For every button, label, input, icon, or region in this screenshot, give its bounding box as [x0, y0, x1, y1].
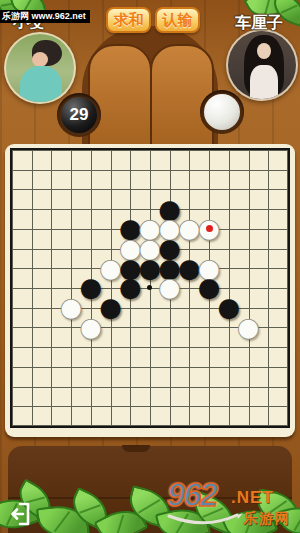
- intersection-1-1[interactable]: [22, 160, 42, 180]
- intersection-7-9[interactable]: [140, 317, 160, 337]
- player-right-avatar: [226, 29, 298, 101]
- intersection-2-2[interactable]: [42, 180, 62, 200]
- intersection-2-9[interactable]: [42, 317, 62, 337]
- intersection-7-14[interactable]: [140, 416, 160, 436]
- intersection-7-6[interactable]: ●: [140, 258, 160, 278]
- exit-door-arrow-icon: [10, 501, 32, 527]
- logo-swoosh: [167, 512, 245, 528]
- watermark-banner: 乐游网 www.962.net: [0, 10, 90, 23]
- intersection-4-1[interactable]: [81, 160, 101, 180]
- intersection-9-10[interactable]: [179, 337, 199, 357]
- intersection-0-9[interactable]: [2, 317, 22, 337]
- exit-button[interactable]: [10, 501, 32, 527]
- intersection-13-10[interactable]: [258, 337, 278, 357]
- intersection-1-11[interactable]: [22, 357, 42, 377]
- intersection-6-0[interactable]: [120, 140, 140, 160]
- intersection-6-1[interactable]: [120, 160, 140, 180]
- intersection-11-8[interactable]: ●: [219, 298, 239, 318]
- black-move-counter-stone: 29: [61, 97, 97, 133]
- intersection-14-6[interactable]: [278, 258, 298, 278]
- intersection-8-13[interactable]: [160, 396, 180, 416]
- center-star-point: [147, 285, 152, 290]
- intersection-11-4[interactable]: [219, 219, 239, 239]
- intersection-9-0[interactable]: [179, 140, 199, 160]
- intersection-6-8[interactable]: [120, 298, 140, 318]
- intersection-8-11[interactable]: [160, 357, 180, 377]
- avatar-face: [257, 43, 271, 59]
- intersection-1-3[interactable]: [22, 199, 42, 219]
- logo-net: .NET: [231, 488, 274, 508]
- intersection-3-0[interactable]: [61, 140, 81, 160]
- intersection-13-5[interactable]: [258, 239, 278, 259]
- intersection-2-12[interactable]: [42, 377, 62, 397]
- intersection-12-6[interactable]: [239, 258, 259, 278]
- intersection-3-14[interactable]: [61, 416, 81, 436]
- intersection-14-0[interactable]: [278, 140, 298, 160]
- intersection-7-7[interactable]: [140, 278, 160, 298]
- intersection-2-6[interactable]: [42, 258, 62, 278]
- intersection-2-8[interactable]: [42, 298, 62, 318]
- intersection-0-13[interactable]: [2, 396, 22, 416]
- intersection-0-6[interactable]: [2, 258, 22, 278]
- door-left-panel: [88, 44, 152, 152]
- intersection-8-14[interactable]: [160, 416, 180, 436]
- intersection-6-12[interactable]: [120, 377, 140, 397]
- intersection-13-12[interactable]: [258, 377, 278, 397]
- intersection-8-10[interactable]: [160, 337, 180, 357]
- intersection-9-11[interactable]: [179, 357, 199, 377]
- intersection-9-4[interactable]: ●: [179, 219, 199, 239]
- intersection-11-2[interactable]: [219, 180, 239, 200]
- intersection-4-11[interactable]: [81, 357, 101, 377]
- intersection-0-0[interactable]: [2, 140, 22, 160]
- logo-leyou: 乐游网: [243, 510, 291, 528]
- black-stone: ●: [119, 278, 142, 297]
- intersection-5-11[interactable]: [101, 357, 121, 377]
- intersection-14-12[interactable]: [278, 377, 298, 397]
- intersection-10-13[interactable]: [199, 396, 219, 416]
- intersection-11-14[interactable]: [219, 416, 239, 436]
- intersection-13-9[interactable]: [258, 317, 278, 337]
- intersection-3-4[interactable]: [61, 219, 81, 239]
- intersection-11-6[interactable]: [219, 258, 239, 278]
- intersection-12-10[interactable]: [239, 337, 259, 357]
- intersection-1-13[interactable]: [22, 396, 42, 416]
- intersection-5-14[interactable]: [101, 416, 121, 436]
- intersection-6-10[interactable]: [120, 337, 140, 357]
- gomoku-board[interactable]: ●●●●●●●●●●●●●●●●●●●●●●●●: [10, 148, 290, 428]
- intersection-9-9[interactable]: [179, 317, 199, 337]
- intersection-12-2[interactable]: [239, 180, 259, 200]
- board-frame: ●●●●●●●●●●●●●●●●●●●●●●●●: [5, 144, 295, 437]
- intersection-0-4[interactable]: [2, 219, 22, 239]
- intersection-3-6[interactable]: [61, 258, 81, 278]
- resign-button[interactable]: 认输: [155, 7, 200, 33]
- intersection-2-7[interactable]: [42, 278, 62, 298]
- intersection-9-6[interactable]: ●: [179, 258, 199, 278]
- intersection-13-14[interactable]: [258, 416, 278, 436]
- logo-962: 962: [167, 476, 216, 514]
- intersection-11-1[interactable]: [219, 160, 239, 180]
- intersection-10-7[interactable]: ●: [199, 278, 219, 298]
- intersection-9-14[interactable]: [179, 416, 199, 436]
- intersection-12-4[interactable]: [239, 219, 259, 239]
- gomoku-app-screen: { "game": "gomoku (five-in-a-row), 15x15…: [0, 0, 300, 533]
- intersection-7-13[interactable]: [140, 396, 160, 416]
- intersection-13-3[interactable]: [258, 199, 278, 219]
- intersection-3-1[interactable]: [61, 160, 81, 180]
- intersection-3-5[interactable]: [61, 239, 81, 259]
- intersection-1-6[interactable]: [22, 258, 42, 278]
- intersection-13-7[interactable]: [258, 278, 278, 298]
- intersection-11-12[interactable]: [219, 377, 239, 397]
- intersection-13-1[interactable]: [258, 160, 278, 180]
- intersection-1-5[interactable]: [22, 239, 42, 259]
- intersection-3-2[interactable]: [61, 180, 81, 200]
- intersection-2-1[interactable]: [42, 160, 62, 180]
- intersection-3-10[interactable]: [61, 337, 81, 357]
- intersection-7-11[interactable]: [140, 357, 160, 377]
- intersection-0-5[interactable]: [2, 239, 22, 259]
- intersection-6-11[interactable]: [120, 357, 140, 377]
- intersection-10-12[interactable]: [199, 377, 219, 397]
- intersection-1-10[interactable]: [22, 337, 42, 357]
- intersection-5-6[interactable]: ●: [101, 258, 121, 278]
- last-move-marker: [206, 225, 213, 232]
- intersection-2-10[interactable]: [42, 337, 62, 357]
- intersection-11-13[interactable]: [219, 396, 239, 416]
- intersection-3-13[interactable]: [61, 396, 81, 416]
- intersection-14-11[interactable]: [278, 357, 298, 377]
- intersection-11-9[interactable]: [219, 317, 239, 337]
- intersection-4-2[interactable]: [81, 180, 101, 200]
- intersection-10-11[interactable]: [199, 357, 219, 377]
- intersection-0-7[interactable]: [2, 278, 22, 298]
- intersection-4-4[interactable]: [81, 219, 101, 239]
- intersection-3-9[interactable]: [61, 317, 81, 337]
- intersection-9-12[interactable]: [179, 377, 199, 397]
- intersection-10-2[interactable]: [199, 180, 219, 200]
- intersection-7-2[interactable]: [140, 180, 160, 200]
- intersection-3-12[interactable]: [61, 377, 81, 397]
- intersection-0-2[interactable]: [2, 180, 22, 200]
- intersection-2-3[interactable]: [42, 199, 62, 219]
- intersection-13-2[interactable]: [258, 180, 278, 200]
- intersection-3-3[interactable]: [61, 199, 81, 219]
- intersection-7-12[interactable]: [140, 377, 160, 397]
- intersection-14-5[interactable]: [278, 239, 298, 259]
- intersection-4-14[interactable]: [81, 416, 101, 436]
- intersection-12-12[interactable]: [239, 377, 259, 397]
- tray-notch: [122, 445, 150, 452]
- intersection-0-10[interactable]: [2, 337, 22, 357]
- intersection-14-14[interactable]: [278, 416, 298, 436]
- intersection-0-3[interactable]: [2, 199, 22, 219]
- intersection-14-9[interactable]: [278, 317, 298, 337]
- intersection-2-14[interactable]: [42, 416, 62, 436]
- board-stones-grid: ●●●●●●●●●●●●●●●●●●●●●●●●: [2, 140, 298, 436]
- intersection-13-13[interactable]: [258, 396, 278, 416]
- white-stone: ●: [79, 318, 102, 337]
- intersection-1-12[interactable]: [22, 377, 42, 397]
- white-stone: ●: [158, 278, 181, 297]
- intersection-9-2[interactable]: [179, 180, 199, 200]
- white-player-stone-indicator: [204, 94, 240, 130]
- player-right-name: 车厘子: [235, 13, 283, 34]
- intersection-13-8[interactable]: [258, 298, 278, 318]
- intersection-5-4[interactable]: [101, 219, 121, 239]
- intersection-2-11[interactable]: [42, 357, 62, 377]
- intersection-12-0[interactable]: [239, 140, 259, 160]
- intersection-0-1[interactable]: [2, 160, 22, 180]
- intersection-1-14[interactable]: [22, 416, 42, 436]
- intersection-6-13[interactable]: [120, 396, 140, 416]
- intersection-10-10[interactable]: [199, 337, 219, 357]
- intersection-1-9[interactable]: [22, 317, 42, 337]
- intersection-8-0[interactable]: [160, 140, 180, 160]
- intersection-3-8[interactable]: ●: [61, 298, 81, 318]
- intersection-2-4[interactable]: [42, 219, 62, 239]
- intersection-8-7[interactable]: ●: [160, 278, 180, 298]
- intersection-7-10[interactable]: [140, 337, 160, 357]
- intersection-12-11[interactable]: [239, 357, 259, 377]
- intersection-5-12[interactable]: [101, 377, 121, 397]
- intersection-1-7[interactable]: [22, 278, 42, 298]
- intersection-4-9[interactable]: ●: [81, 317, 101, 337]
- intersection-13-6[interactable]: [258, 258, 278, 278]
- intersection-2-5[interactable]: [42, 239, 62, 259]
- intersection-12-5[interactable]: [239, 239, 259, 259]
- intersection-5-1[interactable]: [101, 160, 121, 180]
- intersection-12-1[interactable]: [239, 160, 259, 180]
- intersection-1-4[interactable]: [22, 219, 42, 239]
- intersection-12-3[interactable]: [239, 199, 259, 219]
- intersection-10-14[interactable]: [199, 416, 219, 436]
- intersection-10-9[interactable]: [199, 317, 219, 337]
- intersection-14-4[interactable]: [278, 219, 298, 239]
- intersection-6-2[interactable]: [120, 180, 140, 200]
- intersection-11-5[interactable]: [219, 239, 239, 259]
- intersection-14-7[interactable]: [278, 278, 298, 298]
- intersection-7-8[interactable]: [140, 298, 160, 318]
- intersection-11-11[interactable]: [219, 357, 239, 377]
- intersection-5-8[interactable]: ●: [101, 298, 121, 318]
- intersection-12-13[interactable]: [239, 396, 259, 416]
- intersection-14-10[interactable]: [278, 337, 298, 357]
- intersection-12-14[interactable]: [239, 416, 259, 436]
- intersection-9-1[interactable]: [179, 160, 199, 180]
- intersection-9-13[interactable]: [179, 396, 199, 416]
- intersection-0-8[interactable]: [2, 298, 22, 318]
- intersection-4-0[interactable]: [81, 140, 101, 160]
- intersection-7-1[interactable]: [140, 160, 160, 180]
- intersection-2-0[interactable]: [42, 140, 62, 160]
- intersection-6-14[interactable]: [120, 416, 140, 436]
- intersection-1-0[interactable]: [22, 140, 42, 160]
- intersection-2-13[interactable]: [42, 396, 62, 416]
- intersection-0-11[interactable]: [2, 357, 22, 377]
- intersection-6-9[interactable]: [120, 317, 140, 337]
- intersection-11-3[interactable]: [219, 199, 239, 219]
- intersection-7-0[interactable]: [140, 140, 160, 160]
- intersection-11-0[interactable]: [219, 140, 239, 160]
- intersection-13-4[interactable]: [258, 219, 278, 239]
- intersection-5-13[interactable]: [101, 396, 121, 416]
- site-logo: 962 .NET 乐游网: [167, 480, 295, 530]
- intersection-10-8[interactable]: [199, 298, 219, 318]
- intersection-14-1[interactable]: [278, 160, 298, 180]
- draw-button[interactable]: 求和: [106, 7, 151, 33]
- intersection-5-3[interactable]: [101, 199, 121, 219]
- intersection-5-0[interactable]: [101, 140, 121, 160]
- white-stone: ●: [237, 318, 260, 337]
- intersection-9-7[interactable]: [179, 278, 199, 298]
- intersection-12-7[interactable]: [239, 278, 259, 298]
- intersection-4-5[interactable]: [81, 239, 101, 259]
- intersection-8-12[interactable]: [160, 377, 180, 397]
- avatar-face: [32, 52, 48, 67]
- intersection-10-0[interactable]: [199, 140, 219, 160]
- intersection-0-12[interactable]: [2, 377, 22, 397]
- intersection-1-2[interactable]: [22, 180, 42, 200]
- intersection-0-14[interactable]: [2, 416, 22, 436]
- intersection-4-3[interactable]: [81, 199, 101, 219]
- intersection-8-1[interactable]: [160, 160, 180, 180]
- intersection-5-2[interactable]: [101, 180, 121, 200]
- intersection-12-9[interactable]: ●: [239, 317, 259, 337]
- intersection-14-3[interactable]: [278, 199, 298, 219]
- intersection-3-11[interactable]: [61, 357, 81, 377]
- avatar-shirt: [20, 66, 62, 104]
- intersection-8-8[interactable]: [160, 298, 180, 318]
- intersection-6-7[interactable]: ●: [120, 278, 140, 298]
- intersection-4-12[interactable]: [81, 377, 101, 397]
- intersection-4-10[interactable]: [81, 337, 101, 357]
- intersection-11-10[interactable]: [219, 337, 239, 357]
- intersection-14-8[interactable]: [278, 298, 298, 318]
- intersection-4-7[interactable]: ●: [81, 278, 101, 298]
- intersection-5-10[interactable]: [101, 337, 121, 357]
- intersection-5-9[interactable]: [101, 317, 121, 337]
- avatar-dress: [250, 65, 278, 101]
- black-stone: ●: [99, 298, 122, 317]
- player-left-avatar: [4, 32, 76, 104]
- intersection-14-13[interactable]: [278, 396, 298, 416]
- intersection-14-2[interactable]: [278, 180, 298, 200]
- intersection-10-4[interactable]: ●: [199, 219, 219, 239]
- intersection-10-1[interactable]: [199, 160, 219, 180]
- intersection-4-13[interactable]: [81, 396, 101, 416]
- intersection-1-8[interactable]: [22, 298, 42, 318]
- intersection-13-0[interactable]: [258, 140, 278, 160]
- intersection-13-11[interactable]: [258, 357, 278, 377]
- intersection-8-9[interactable]: [160, 317, 180, 337]
- intersection-9-8[interactable]: [179, 298, 199, 318]
